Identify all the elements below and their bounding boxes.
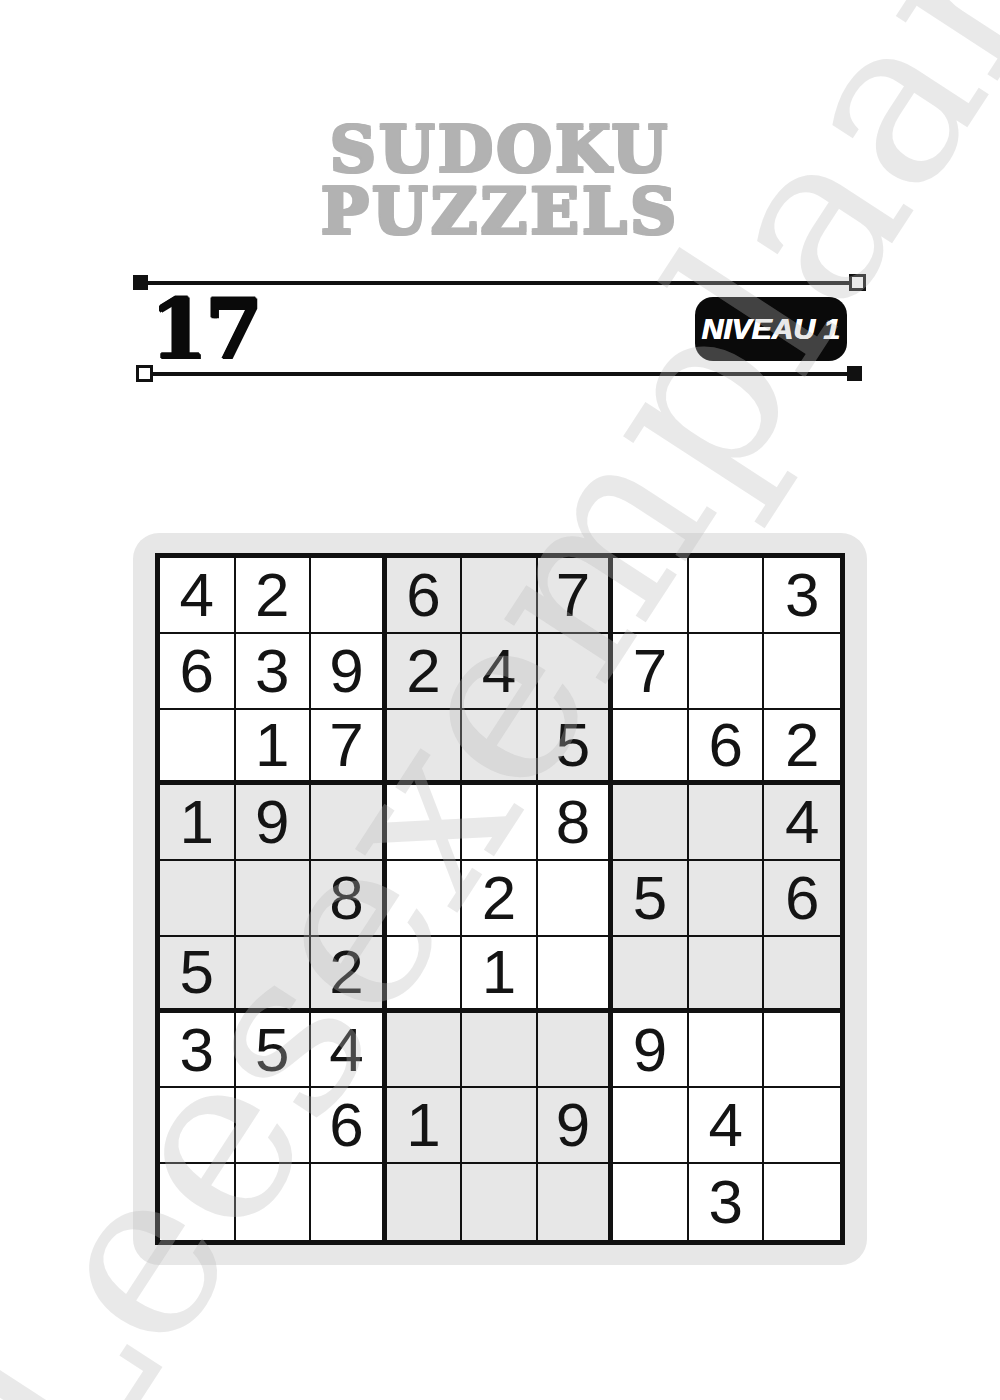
cell-r8c6: 9	[538, 1088, 614, 1164]
cell-r4c4	[387, 785, 463, 861]
cell-r8c8: 4	[689, 1088, 765, 1164]
page-title: SUDOKU PUZZELS	[0, 118, 1000, 242]
cell-r1c3	[311, 558, 387, 634]
cell-r4c2: 9	[236, 785, 312, 861]
rule-endpoint-filled-square	[847, 366, 862, 381]
cell-r8c9	[764, 1088, 840, 1164]
cell-r5c2	[236, 861, 312, 937]
cell-r8c3: 6	[311, 1088, 387, 1164]
cell-r7c4	[387, 1013, 463, 1089]
cell-r6c7	[613, 937, 689, 1013]
cell-r6c9	[764, 937, 840, 1013]
cell-r3c3: 7	[311, 710, 387, 786]
cell-r1c7	[613, 558, 689, 634]
cell-r3c4	[387, 710, 463, 786]
cell-r3c5	[462, 710, 538, 786]
cell-r5c1	[160, 861, 236, 937]
cell-r8c7	[613, 1088, 689, 1164]
level-badge-label: NIVEAU 1	[702, 312, 840, 346]
cell-r2c9	[764, 634, 840, 710]
level-badge: NIVEAU 1	[695, 297, 847, 361]
cell-r5c5: 2	[462, 861, 538, 937]
puzzle-page: SUDOKU PUZZELS 17 NIVEAU 1 4267363924717…	[0, 0, 1000, 1400]
cell-r8c1	[160, 1088, 236, 1164]
cell-r9c7	[613, 1164, 689, 1240]
cell-r5c9: 6	[764, 861, 840, 937]
cell-r6c5: 1	[462, 937, 538, 1013]
cell-r1c9: 3	[764, 558, 840, 634]
cell-r2c3: 9	[311, 634, 387, 710]
cell-r1c4: 6	[387, 558, 463, 634]
cell-r4c8	[689, 785, 765, 861]
cell-r2c7: 7	[613, 634, 689, 710]
cell-r7c7: 9	[613, 1013, 689, 1089]
cell-r5c6	[538, 861, 614, 937]
cell-r1c5	[462, 558, 538, 634]
cell-r7c2: 5	[236, 1013, 312, 1089]
cell-r3c8: 6	[689, 710, 765, 786]
header-rule-bottom	[144, 372, 854, 376]
cell-r7c3: 4	[311, 1013, 387, 1089]
cell-r2c5: 4	[462, 634, 538, 710]
rule-endpoint-open-square	[136, 365, 153, 382]
cell-r2c2: 3	[236, 634, 312, 710]
cell-r1c1: 4	[160, 558, 236, 634]
cell-r2c4: 2	[387, 634, 463, 710]
cell-r3c1	[160, 710, 236, 786]
cell-r3c7	[613, 710, 689, 786]
cell-r7c9	[764, 1013, 840, 1089]
cell-r6c6	[538, 937, 614, 1013]
cell-r1c8	[689, 558, 765, 634]
cell-r6c1: 5	[160, 937, 236, 1013]
cell-r2c1: 6	[160, 634, 236, 710]
cell-r3c6: 5	[538, 710, 614, 786]
rule-endpoint-open-square	[849, 274, 866, 291]
cell-r1c6: 7	[538, 558, 614, 634]
cell-r4c7	[613, 785, 689, 861]
cell-r7c1: 3	[160, 1013, 236, 1089]
cell-r6c2	[236, 937, 312, 1013]
cell-r2c8	[689, 634, 765, 710]
cell-r5c4	[387, 861, 463, 937]
cell-r9c4	[387, 1164, 463, 1240]
puzzle-number: 17	[150, 288, 260, 370]
title-line-2: PUZZELS	[0, 180, 1000, 242]
cell-r9c3	[311, 1164, 387, 1240]
cell-r5c8	[689, 861, 765, 937]
cell-r4c1: 1	[160, 785, 236, 861]
cell-r8c4: 1	[387, 1088, 463, 1164]
cell-r4c5	[462, 785, 538, 861]
cell-r2c6	[538, 634, 614, 710]
cell-r8c5	[462, 1088, 538, 1164]
sudoku-grid: 426736392471756219848256521354961943	[155, 553, 845, 1245]
cell-r7c6	[538, 1013, 614, 1089]
cell-r6c4	[387, 937, 463, 1013]
cell-r9c8: 3	[689, 1164, 765, 1240]
cell-r5c7: 5	[613, 861, 689, 937]
cell-r9c1	[160, 1164, 236, 1240]
cell-r8c2	[236, 1088, 312, 1164]
cell-r4c9: 4	[764, 785, 840, 861]
rule-endpoint-filled-square	[133, 275, 148, 290]
title-line-1: SUDOKU	[0, 118, 1000, 180]
cell-r9c2	[236, 1164, 312, 1240]
cell-r3c2: 1	[236, 710, 312, 786]
cell-r6c3: 2	[311, 937, 387, 1013]
cell-r3c9: 2	[764, 710, 840, 786]
cell-r4c3	[311, 785, 387, 861]
cell-r1c2: 2	[236, 558, 312, 634]
cell-r6c8	[689, 937, 765, 1013]
cell-r5c3: 8	[311, 861, 387, 937]
cell-r9c5	[462, 1164, 538, 1240]
cell-r9c6	[538, 1164, 614, 1240]
cell-r7c8	[689, 1013, 765, 1089]
cell-r9c9	[764, 1164, 840, 1240]
cell-r4c6: 8	[538, 785, 614, 861]
cell-r7c5	[462, 1013, 538, 1089]
sudoku-board-card: 426736392471756219848256521354961943	[133, 533, 867, 1265]
